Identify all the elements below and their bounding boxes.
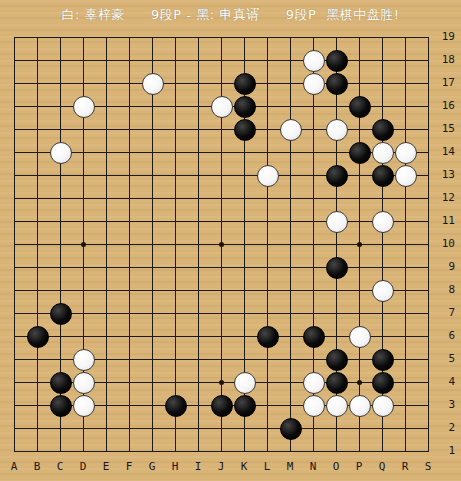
board-cell-R8[interactable] [394, 279, 417, 302]
board-cell-I11[interactable] [187, 210, 210, 233]
board-cell-I14[interactable] [187, 141, 210, 164]
board-cell-O9[interactable] [325, 256, 348, 279]
board-cell-N16[interactable] [302, 95, 325, 118]
board-cell-F3[interactable] [118, 394, 141, 417]
board-cell-A8[interactable] [3, 279, 26, 302]
board-cell-H4[interactable] [164, 371, 187, 394]
board-cell-H7[interactable] [164, 302, 187, 325]
board-cell-E13[interactable] [95, 164, 118, 187]
board-cell-J16[interactable] [210, 95, 233, 118]
board-cell-N4[interactable] [302, 371, 325, 394]
board-cell-D11[interactable] [72, 210, 95, 233]
board-cell-O4[interactable] [325, 371, 348, 394]
board-cell-H2[interactable] [164, 417, 187, 440]
board-cell-K17[interactable] [233, 72, 256, 95]
board-cell-I17[interactable] [187, 72, 210, 95]
board-cell-K12[interactable] [233, 187, 256, 210]
board-cell-D18[interactable] [72, 49, 95, 72]
board-cell-J10[interactable] [210, 233, 233, 256]
board-cell-R14[interactable] [394, 141, 417, 164]
board-cell-M14[interactable] [279, 141, 302, 164]
board-cell-A2[interactable] [3, 417, 26, 440]
go-board[interactable] [3, 26, 440, 463]
board-cell-N9[interactable] [302, 256, 325, 279]
board-cell-A6[interactable] [3, 325, 26, 348]
board-cell-M4[interactable] [279, 371, 302, 394]
board-cell-M10[interactable] [279, 233, 302, 256]
board-cell-O7[interactable] [325, 302, 348, 325]
board-cell-K19[interactable] [233, 26, 256, 49]
board-cell-L17[interactable] [256, 72, 279, 95]
board-cell-L5[interactable] [256, 348, 279, 371]
board-cell-F15[interactable] [118, 118, 141, 141]
board-cell-A18[interactable] [3, 49, 26, 72]
board-cell-Q4[interactable] [371, 371, 394, 394]
board-cell-B11[interactable] [26, 210, 49, 233]
board-cell-E16[interactable] [95, 95, 118, 118]
board-cell-B9[interactable] [26, 256, 49, 279]
board-cell-D19[interactable] [72, 26, 95, 49]
board-cell-I9[interactable] [187, 256, 210, 279]
board-cell-M5[interactable] [279, 348, 302, 371]
board-cell-M11[interactable] [279, 210, 302, 233]
board-cell-J6[interactable] [210, 325, 233, 348]
board-cell-Q2[interactable] [371, 417, 394, 440]
board-cell-C5[interactable] [49, 348, 72, 371]
board-cell-P8[interactable] [348, 279, 371, 302]
board-cell-R16[interactable] [394, 95, 417, 118]
board-cell-I15[interactable] [187, 118, 210, 141]
board-cell-Q6[interactable] [371, 325, 394, 348]
board-cell-I18[interactable] [187, 49, 210, 72]
board-cell-P4[interactable] [348, 371, 371, 394]
board-cell-R6[interactable] [394, 325, 417, 348]
board-cell-K10[interactable] [233, 233, 256, 256]
board-cell-Q12[interactable] [371, 187, 394, 210]
board-cell-N5[interactable] [302, 348, 325, 371]
board-cell-A9[interactable] [3, 256, 26, 279]
board-cell-G11[interactable] [141, 210, 164, 233]
board-cell-O2[interactable] [325, 417, 348, 440]
board-cell-P11[interactable] [348, 210, 371, 233]
board-cell-F4[interactable] [118, 371, 141, 394]
board-cell-M8[interactable] [279, 279, 302, 302]
board-cell-K13[interactable] [233, 164, 256, 187]
board-cell-F11[interactable] [118, 210, 141, 233]
board-cell-F16[interactable] [118, 95, 141, 118]
board-cell-B4[interactable] [26, 371, 49, 394]
board-cell-N15[interactable] [302, 118, 325, 141]
board-cell-G5[interactable] [141, 348, 164, 371]
board-cell-B14[interactable] [26, 141, 49, 164]
board-cell-A16[interactable] [3, 95, 26, 118]
board-cell-N2[interactable] [302, 417, 325, 440]
board-cell-B19[interactable] [26, 26, 49, 49]
board-cell-J7[interactable] [210, 302, 233, 325]
board-cell-L14[interactable] [256, 141, 279, 164]
board-cell-K8[interactable] [233, 279, 256, 302]
board-cell-H16[interactable] [164, 95, 187, 118]
board-cell-I19[interactable] [187, 26, 210, 49]
board-cell-L11[interactable] [256, 210, 279, 233]
board-cell-R4[interactable] [394, 371, 417, 394]
board-cell-Q3[interactable] [371, 394, 394, 417]
board-cell-P16[interactable] [348, 95, 371, 118]
board-cell-M2[interactable] [279, 417, 302, 440]
board-cell-B6[interactable] [26, 325, 49, 348]
board-cell-E17[interactable] [95, 72, 118, 95]
board-cell-L10[interactable] [256, 233, 279, 256]
board-cell-H13[interactable] [164, 164, 187, 187]
board-cell-M19[interactable] [279, 26, 302, 49]
board-cell-A10[interactable] [3, 233, 26, 256]
board-cell-M9[interactable] [279, 256, 302, 279]
board-cell-E5[interactable] [95, 348, 118, 371]
board-cell-B17[interactable] [26, 72, 49, 95]
board-cell-P15[interactable] [348, 118, 371, 141]
board-cell-A17[interactable] [3, 72, 26, 95]
board-cell-G9[interactable] [141, 256, 164, 279]
board-cell-O6[interactable] [325, 325, 348, 348]
board-cell-G16[interactable] [141, 95, 164, 118]
board-cell-N3[interactable] [302, 394, 325, 417]
board-cell-M18[interactable] [279, 49, 302, 72]
board-cell-I7[interactable] [187, 302, 210, 325]
board-cell-J17[interactable] [210, 72, 233, 95]
board-cell-K9[interactable] [233, 256, 256, 279]
board-cell-P14[interactable] [348, 141, 371, 164]
board-cell-G8[interactable] [141, 279, 164, 302]
board-cell-F10[interactable] [118, 233, 141, 256]
board-cell-P5[interactable] [348, 348, 371, 371]
board-cell-R19[interactable] [394, 26, 417, 49]
board-cell-Q14[interactable] [371, 141, 394, 164]
board-cell-N18[interactable] [302, 49, 325, 72]
board-cell-D7[interactable] [72, 302, 95, 325]
board-cell-D9[interactable] [72, 256, 95, 279]
board-cell-O17[interactable] [325, 72, 348, 95]
board-cell-O3[interactable] [325, 394, 348, 417]
board-cell-C18[interactable] [49, 49, 72, 72]
board-cell-M13[interactable] [279, 164, 302, 187]
board-cell-F19[interactable] [118, 26, 141, 49]
board-cell-P19[interactable] [348, 26, 371, 49]
board-cell-Q7[interactable] [371, 302, 394, 325]
board-cell-L12[interactable] [256, 187, 279, 210]
board-cell-L18[interactable] [256, 49, 279, 72]
board-cell-R9[interactable] [394, 256, 417, 279]
board-cell-P18[interactable] [348, 49, 371, 72]
board-cell-H8[interactable] [164, 279, 187, 302]
board-cell-K3[interactable] [233, 394, 256, 417]
board-cell-A13[interactable] [3, 164, 26, 187]
board-cell-J13[interactable] [210, 164, 233, 187]
board-cell-E12[interactable] [95, 187, 118, 210]
board-cell-E19[interactable] [95, 26, 118, 49]
board-cell-K4[interactable] [233, 371, 256, 394]
board-cell-N11[interactable] [302, 210, 325, 233]
board-cell-K11[interactable] [233, 210, 256, 233]
board-cell-C12[interactable] [49, 187, 72, 210]
board-cell-G12[interactable] [141, 187, 164, 210]
board-cell-N17[interactable] [302, 72, 325, 95]
board-cell-N7[interactable] [302, 302, 325, 325]
board-cell-E18[interactable] [95, 49, 118, 72]
board-cell-M7[interactable] [279, 302, 302, 325]
board-cell-D4[interactable] [72, 371, 95, 394]
board-cell-L16[interactable] [256, 95, 279, 118]
board-cell-P13[interactable] [348, 164, 371, 187]
board-cell-O12[interactable] [325, 187, 348, 210]
board-cell-K15[interactable] [233, 118, 256, 141]
board-cell-R13[interactable] [394, 164, 417, 187]
board-cell-L13[interactable] [256, 164, 279, 187]
board-cell-I10[interactable] [187, 233, 210, 256]
board-cell-C8[interactable] [49, 279, 72, 302]
board-cell-C9[interactable] [49, 256, 72, 279]
board-cell-L19[interactable] [256, 26, 279, 49]
board-cell-M6[interactable] [279, 325, 302, 348]
board-cell-A15[interactable] [3, 118, 26, 141]
board-cell-O8[interactable] [325, 279, 348, 302]
board-cell-A5[interactable] [3, 348, 26, 371]
board-cell-J19[interactable] [210, 26, 233, 49]
board-cell-A4[interactable] [3, 371, 26, 394]
board-cell-B3[interactable] [26, 394, 49, 417]
board-cell-G2[interactable] [141, 417, 164, 440]
board-cell-C7[interactable] [49, 302, 72, 325]
board-cell-I8[interactable] [187, 279, 210, 302]
board-cell-J8[interactable] [210, 279, 233, 302]
board-cell-M3[interactable] [279, 394, 302, 417]
board-cell-D5[interactable] [72, 348, 95, 371]
board-cell-J14[interactable] [210, 141, 233, 164]
board-cell-C6[interactable] [49, 325, 72, 348]
board-cell-O11[interactable] [325, 210, 348, 233]
board-cell-M16[interactable] [279, 95, 302, 118]
board-cell-H6[interactable] [164, 325, 187, 348]
board-cell-D10[interactable] [72, 233, 95, 256]
board-cell-P12[interactable] [348, 187, 371, 210]
board-cell-I16[interactable] [187, 95, 210, 118]
board-cell-M15[interactable] [279, 118, 302, 141]
board-cell-Q17[interactable] [371, 72, 394, 95]
board-cell-G19[interactable] [141, 26, 164, 49]
board-cell-P10[interactable] [348, 233, 371, 256]
board-cell-K7[interactable] [233, 302, 256, 325]
board-cell-H15[interactable] [164, 118, 187, 141]
board-cell-G13[interactable] [141, 164, 164, 187]
board-cell-E10[interactable] [95, 233, 118, 256]
board-cell-F6[interactable] [118, 325, 141, 348]
board-cell-O14[interactable] [325, 141, 348, 164]
board-cell-L8[interactable] [256, 279, 279, 302]
board-cell-N8[interactable] [302, 279, 325, 302]
board-cell-C3[interactable] [49, 394, 72, 417]
board-cell-C2[interactable] [49, 417, 72, 440]
board-cell-C16[interactable] [49, 95, 72, 118]
board-cell-I3[interactable] [187, 394, 210, 417]
board-cell-Q5[interactable] [371, 348, 394, 371]
board-cell-R5[interactable] [394, 348, 417, 371]
board-cell-J3[interactable] [210, 394, 233, 417]
board-cell-R7[interactable] [394, 302, 417, 325]
board-cell-H3[interactable] [164, 394, 187, 417]
board-cell-D3[interactable] [72, 394, 95, 417]
board-cell-H14[interactable] [164, 141, 187, 164]
board-cell-B8[interactable] [26, 279, 49, 302]
board-cell-O10[interactable] [325, 233, 348, 256]
board-cell-E7[interactable] [95, 302, 118, 325]
board-cell-L4[interactable] [256, 371, 279, 394]
board-cell-L3[interactable] [256, 394, 279, 417]
board-cell-A12[interactable] [3, 187, 26, 210]
board-cell-Q19[interactable] [371, 26, 394, 49]
board-cell-N13[interactable] [302, 164, 325, 187]
board-cell-N14[interactable] [302, 141, 325, 164]
board-cell-A19[interactable] [3, 26, 26, 49]
board-cell-H17[interactable] [164, 72, 187, 95]
board-cell-H19[interactable] [164, 26, 187, 49]
board-cell-P7[interactable] [348, 302, 371, 325]
board-cell-F7[interactable] [118, 302, 141, 325]
board-cell-D16[interactable] [72, 95, 95, 118]
board-cell-K5[interactable] [233, 348, 256, 371]
board-cell-N12[interactable] [302, 187, 325, 210]
board-cell-G6[interactable] [141, 325, 164, 348]
board-cell-B18[interactable] [26, 49, 49, 72]
board-cell-D15[interactable] [72, 118, 95, 141]
board-cell-B16[interactable] [26, 95, 49, 118]
board-cell-I4[interactable] [187, 371, 210, 394]
board-cell-C4[interactable] [49, 371, 72, 394]
board-cell-N19[interactable] [302, 26, 325, 49]
board-cell-E8[interactable] [95, 279, 118, 302]
board-cell-F14[interactable] [118, 141, 141, 164]
board-cell-C10[interactable] [49, 233, 72, 256]
board-cell-J2[interactable] [210, 417, 233, 440]
board-cell-A14[interactable] [3, 141, 26, 164]
board-cell-R12[interactable] [394, 187, 417, 210]
board-cell-J12[interactable] [210, 187, 233, 210]
board-cell-N6[interactable] [302, 325, 325, 348]
board-cell-I12[interactable] [187, 187, 210, 210]
board-cell-R17[interactable] [394, 72, 417, 95]
board-cell-Q13[interactable] [371, 164, 394, 187]
board-cell-G7[interactable] [141, 302, 164, 325]
board-cell-G15[interactable] [141, 118, 164, 141]
board-cell-F18[interactable] [118, 49, 141, 72]
board-cell-C15[interactable] [49, 118, 72, 141]
board-cell-K16[interactable] [233, 95, 256, 118]
board-cell-E11[interactable] [95, 210, 118, 233]
board-cell-J11[interactable] [210, 210, 233, 233]
board-cell-Q9[interactable] [371, 256, 394, 279]
board-cell-B5[interactable] [26, 348, 49, 371]
board-cell-C11[interactable] [49, 210, 72, 233]
board-cell-F17[interactable] [118, 72, 141, 95]
board-cell-I5[interactable] [187, 348, 210, 371]
board-cell-P6[interactable] [348, 325, 371, 348]
board-cell-O18[interactable] [325, 49, 348, 72]
board-cell-J9[interactable] [210, 256, 233, 279]
board-cell-I6[interactable] [187, 325, 210, 348]
board-cell-J15[interactable] [210, 118, 233, 141]
board-cell-J4[interactable] [210, 371, 233, 394]
board-cell-E15[interactable] [95, 118, 118, 141]
board-cell-L7[interactable] [256, 302, 279, 325]
board-cell-H9[interactable] [164, 256, 187, 279]
board-cell-E6[interactable] [95, 325, 118, 348]
board-cell-L2[interactable] [256, 417, 279, 440]
board-cell-H18[interactable] [164, 49, 187, 72]
board-cell-F9[interactable] [118, 256, 141, 279]
board-cell-C19[interactable] [49, 26, 72, 49]
board-cell-G17[interactable] [141, 72, 164, 95]
board-cell-M17[interactable] [279, 72, 302, 95]
board-cell-Q16[interactable] [371, 95, 394, 118]
board-cell-F5[interactable] [118, 348, 141, 371]
board-cell-H5[interactable] [164, 348, 187, 371]
board-cell-D2[interactable] [72, 417, 95, 440]
board-cell-Q10[interactable] [371, 233, 394, 256]
board-cell-H11[interactable] [164, 210, 187, 233]
board-cell-R18[interactable] [394, 49, 417, 72]
board-cell-G10[interactable] [141, 233, 164, 256]
board-cell-B12[interactable] [26, 187, 49, 210]
board-cell-R15[interactable] [394, 118, 417, 141]
board-cell-R11[interactable] [394, 210, 417, 233]
board-cell-E4[interactable] [95, 371, 118, 394]
board-cell-E2[interactable] [95, 417, 118, 440]
board-cell-Q8[interactable] [371, 279, 394, 302]
board-cell-H10[interactable] [164, 233, 187, 256]
board-cell-L6[interactable] [256, 325, 279, 348]
board-cell-E14[interactable] [95, 141, 118, 164]
board-cell-J5[interactable] [210, 348, 233, 371]
board-cell-F8[interactable] [118, 279, 141, 302]
board-cell-Q15[interactable] [371, 118, 394, 141]
board-cell-K6[interactable] [233, 325, 256, 348]
board-cell-F13[interactable] [118, 164, 141, 187]
board-cell-M12[interactable] [279, 187, 302, 210]
board-cell-O13[interactable] [325, 164, 348, 187]
board-cell-N10[interactable] [302, 233, 325, 256]
board-cell-R2[interactable] [394, 417, 417, 440]
board-cell-F2[interactable] [118, 417, 141, 440]
board-cell-Q11[interactable] [371, 210, 394, 233]
board-cell-G14[interactable] [141, 141, 164, 164]
board-cell-O19[interactable] [325, 26, 348, 49]
board-cell-O5[interactable] [325, 348, 348, 371]
board-cell-G4[interactable] [141, 371, 164, 394]
board-cell-C17[interactable] [49, 72, 72, 95]
board-cell-I13[interactable] [187, 164, 210, 187]
board-cell-D8[interactable] [72, 279, 95, 302]
board-cell-H12[interactable] [164, 187, 187, 210]
board-cell-D14[interactable] [72, 141, 95, 164]
board-cell-P3[interactable] [348, 394, 371, 417]
board-cell-B13[interactable] [26, 164, 49, 187]
board-cell-O16[interactable] [325, 95, 348, 118]
board-cell-A7[interactable] [3, 302, 26, 325]
board-cell-G18[interactable] [141, 49, 164, 72]
board-cell-A11[interactable] [3, 210, 26, 233]
board-cell-Q18[interactable] [371, 49, 394, 72]
board-cell-I2[interactable] [187, 417, 210, 440]
board-cell-E3[interactable] [95, 394, 118, 417]
board-cell-C13[interactable] [49, 164, 72, 187]
